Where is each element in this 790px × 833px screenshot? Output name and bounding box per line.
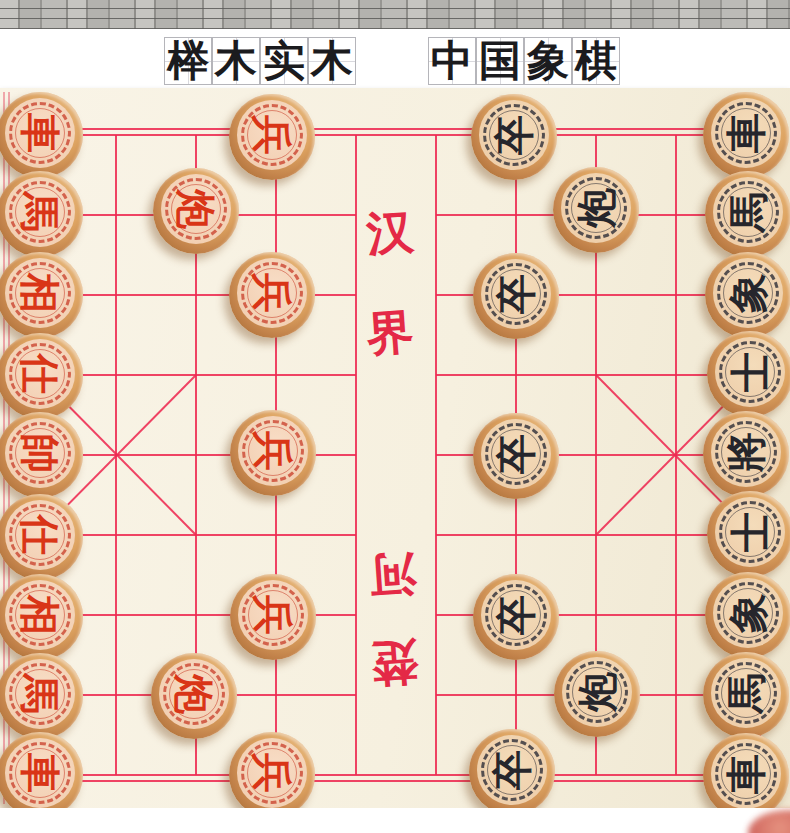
piece-character: 車 [5, 98, 75, 168]
piece-black-horse[interactable]: 馬 [703, 652, 789, 738]
piece-red-horse[interactable]: 馬 [0, 653, 83, 739]
piece-red-chariot[interactable]: 車 [0, 92, 83, 178]
piece-character: 炮 [159, 659, 229, 729]
piece-red-advisor[interactable]: 仕 [0, 333, 83, 419]
piece-black-soldier[interactable]: 卒 [471, 94, 557, 180]
piece-red-cannon[interactable]: 炮 [151, 653, 237, 739]
title-char: 中 [431, 37, 473, 85]
piece-red-soldier[interactable]: 兵 [230, 410, 316, 496]
page-title: 榉木实木中国象棋 [164, 37, 620, 85]
title-char-box: 榉 [164, 37, 212, 85]
piece-character: 象 [713, 578, 783, 648]
piece-character: 帥 [5, 418, 75, 488]
title-char-box: 国 [476, 37, 524, 85]
table-surface [0, 808, 790, 833]
piece-black-soldier[interactable]: 卒 [469, 729, 555, 815]
title-char: 象 [527, 37, 569, 85]
piece-character: 馬 [711, 658, 781, 728]
piece-character: 車 [711, 98, 781, 168]
piece-black-advisor[interactable]: 士 [707, 491, 790, 577]
title-char-box: 木 [308, 37, 356, 85]
piece-character: 相 [5, 580, 75, 650]
piece-character: 士 [715, 497, 785, 567]
title-char-box: 中 [428, 37, 476, 85]
piece-black-chariot[interactable]: 車 [703, 733, 789, 819]
piece-black-soldier[interactable]: 卒 [473, 253, 559, 339]
piece-character: 卒 [481, 259, 551, 329]
piece-red-horse[interactable]: 馬 [0, 171, 83, 257]
piece-black-horse[interactable]: 馬 [705, 171, 790, 257]
piece-red-advisor[interactable]: 仕 [0, 494, 83, 580]
title-char: 木 [311, 37, 353, 85]
title-char: 棋 [575, 37, 617, 85]
title-char: 实 [263, 37, 305, 85]
piece-red-elephant[interactable]: 相 [0, 252, 83, 338]
piece-black-chariot[interactable]: 車 [703, 92, 789, 178]
piece-black-soldier[interactable]: 卒 [473, 574, 559, 660]
piece-black-elephant[interactable]: 象 [705, 572, 790, 658]
piece-character: 相 [5, 258, 75, 328]
piece-character: 象 [713, 258, 783, 328]
xiangqi-board-mat [0, 88, 790, 808]
piece-character: 馬 [5, 177, 75, 247]
piece-character: 兵 [237, 258, 307, 328]
title-band: 榉木实木中国象棋 [0, 29, 790, 88]
title-char: 木 [215, 37, 257, 85]
piece-character: 卒 [479, 100, 549, 170]
piece-character: 車 [711, 739, 781, 809]
piece-character: 炮 [161, 174, 231, 244]
piece-red-soldier[interactable]: 兵 [229, 732, 315, 818]
title-char-box: 象 [524, 37, 572, 85]
title-char-box: 棋 [572, 37, 620, 85]
piece-character: 卒 [481, 419, 551, 489]
title-char: 榉 [167, 37, 209, 85]
brick-wall-banner [0, 0, 790, 29]
piece-character: 炮 [562, 657, 632, 727]
piece-black-soldier[interactable]: 卒 [473, 413, 559, 499]
piece-character: 炮 [561, 173, 631, 243]
piece-character: 兵 [237, 100, 307, 170]
title-char-box: 木 [212, 37, 260, 85]
piece-character: 兵 [238, 416, 308, 486]
piece-red-soldier[interactable]: 兵 [229, 94, 315, 180]
piece-black-general[interactable]: 將 [703, 411, 789, 497]
title-char-box: 实 [260, 37, 308, 85]
title-char: 国 [479, 37, 521, 85]
piece-character: 士 [715, 337, 785, 407]
piece-character: 仕 [5, 500, 75, 570]
piece-red-general[interactable]: 帥 [0, 412, 83, 498]
piece-character: 馬 [5, 659, 75, 729]
piece-red-soldier[interactable]: 兵 [229, 252, 315, 338]
piece-character: 車 [5, 738, 75, 808]
piece-black-elephant[interactable]: 象 [705, 252, 790, 338]
piece-character: 卒 [481, 580, 551, 650]
piece-character: 馬 [713, 177, 783, 247]
piece-black-cannon[interactable]: 炮 [553, 167, 639, 253]
piece-red-chariot[interactable]: 車 [0, 732, 83, 818]
piece-character: 兵 [238, 580, 308, 650]
piece-black-advisor[interactable]: 士 [707, 331, 790, 417]
piece-character: 將 [711, 417, 781, 487]
piece-red-soldier[interactable]: 兵 [230, 574, 316, 660]
piece-character: 仕 [5, 339, 75, 409]
piece-red-cannon[interactable]: 炮 [153, 168, 239, 254]
piece-black-cannon[interactable]: 炮 [554, 651, 640, 737]
piece-character: 兵 [237, 738, 307, 808]
piece-character: 卒 [477, 735, 547, 805]
piece-red-elephant[interactable]: 相 [0, 574, 83, 660]
